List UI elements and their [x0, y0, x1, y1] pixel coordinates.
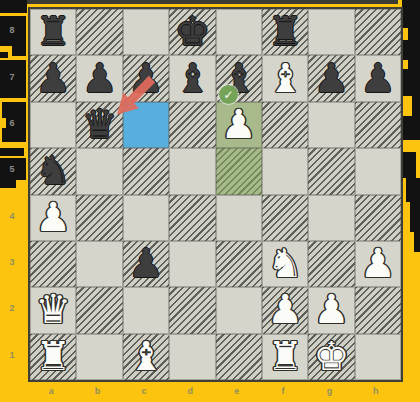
glitch-decoration — [406, 178, 420, 202]
glitch-decoration — [412, 96, 420, 116]
square-g4[interactable] — [308, 195, 354, 241]
square-d2[interactable] — [169, 287, 215, 333]
square-a6[interactable] — [30, 102, 76, 148]
file-label-g: g — [306, 384, 352, 398]
square-h7[interactable]: ♟ — [355, 55, 401, 101]
square-g5[interactable] — [308, 148, 354, 194]
board: ♜♚♜♟♟♟♝♝♝♟♟♛♟♞♟♟♞♟♛♟♟♜♝♜♚ — [28, 7, 403, 382]
piece-white-pawn: ♟ — [35, 197, 71, 237]
square-h6[interactable] — [355, 102, 401, 148]
square-e1[interactable] — [216, 334, 262, 380]
square-e4[interactable] — [216, 195, 262, 241]
square-d7[interactable]: ♝ — [169, 55, 215, 101]
square-d6[interactable] — [169, 102, 215, 148]
square-h5[interactable] — [355, 148, 401, 194]
rank-label-4: 4 — [2, 209, 22, 223]
piece-white-king: ♚ — [314, 336, 350, 376]
rank-label-7: 7 — [2, 70, 22, 84]
file-label-a: a — [28, 384, 74, 398]
square-c1[interactable]: ♝ — [123, 334, 169, 380]
rank-label-6: 6 — [2, 116, 22, 130]
square-a4[interactable]: ♟ — [30, 195, 76, 241]
square-b8[interactable] — [76, 9, 122, 55]
piece-white-pawn: ♟ — [221, 104, 257, 144]
square-a5[interactable]: ♞ — [30, 148, 76, 194]
square-g1[interactable]: ♚ — [308, 334, 354, 380]
square-b5[interactable] — [76, 148, 122, 194]
rank-label-5: 5 — [2, 162, 22, 176]
square-b2[interactable] — [76, 287, 122, 333]
rank-label-3: 3 — [2, 255, 22, 269]
glitch-decoration — [408, 28, 420, 40]
piece-white-knight: ♞ — [267, 243, 303, 283]
square-c5[interactable] — [123, 148, 169, 194]
square-a3[interactable] — [30, 241, 76, 287]
square-f4[interactable] — [262, 195, 308, 241]
glitch-decoration — [402, 0, 420, 28]
piece-black-pawn: ♟ — [314, 58, 350, 98]
square-c4[interactable] — [123, 195, 169, 241]
square-a7[interactable]: ♟ — [30, 55, 76, 101]
piece-white-rook: ♜ — [35, 336, 71, 376]
correct-move-badge: ✓ — [219, 85, 238, 104]
piece-black-rook: ♜ — [35, 11, 71, 51]
file-label-c: c — [121, 384, 167, 398]
square-b1[interactable] — [76, 334, 122, 380]
square-f1[interactable]: ♜ — [262, 334, 308, 380]
piece-white-bishop: ♝ — [128, 336, 164, 376]
rank-label-1: 1 — [2, 348, 22, 362]
square-c6[interactable] — [123, 102, 169, 148]
glitch-decoration — [12, 46, 26, 56]
glitch-decoration — [0, 52, 8, 58]
square-f5[interactable] — [262, 148, 308, 194]
square-g6[interactable] — [308, 102, 354, 148]
square-e5[interactable] — [216, 148, 262, 194]
square-d8[interactable]: ♚ — [169, 9, 215, 55]
square-b3[interactable] — [76, 241, 122, 287]
piece-black-pawn: ♟ — [360, 58, 396, 98]
piece-black-queen: ♛ — [82, 104, 118, 144]
square-c7[interactable]: ♟ — [123, 55, 169, 101]
piece-white-pawn: ♟ — [267, 289, 303, 329]
piece-black-pawn: ♟ — [128, 58, 164, 98]
square-f8[interactable]: ♜ — [262, 9, 308, 55]
square-h3[interactable]: ♟ — [355, 241, 401, 287]
square-g8[interactable] — [308, 9, 354, 55]
square-d3[interactable] — [169, 241, 215, 287]
square-b4[interactable] — [76, 195, 122, 241]
square-a8[interactable]: ♜ — [30, 9, 76, 55]
square-b7[interactable]: ♟ — [76, 55, 122, 101]
piece-black-rook: ♜ — [267, 11, 303, 51]
piece-white-pawn: ♟ — [314, 289, 350, 329]
square-a2[interactable]: ♛ — [30, 287, 76, 333]
square-h1[interactable] — [355, 334, 401, 380]
glitch-decoration — [0, 148, 24, 156]
piece-black-king: ♚ — [174, 11, 210, 51]
piece-white-queen: ♛ — [35, 289, 71, 329]
piece-black-pawn: ♟ — [82, 58, 118, 98]
glitch-decoration — [402, 116, 420, 140]
square-e8[interactable] — [216, 9, 262, 55]
glitch-decoration — [16, 180, 26, 188]
file-label-d: d — [167, 384, 213, 398]
square-g7[interactable]: ♟ — [308, 55, 354, 101]
square-b6[interactable]: ♛ — [76, 102, 122, 148]
piece-white-bishop: ♝ — [267, 58, 303, 98]
square-g2[interactable]: ♟ — [308, 287, 354, 333]
square-d1[interactable] — [169, 334, 215, 380]
square-e3[interactable] — [216, 241, 262, 287]
square-c2[interactable] — [123, 287, 169, 333]
rank-label-2: 2 — [2, 301, 22, 315]
square-f6[interactable] — [262, 102, 308, 148]
square-c3[interactable]: ♟ — [123, 241, 169, 287]
square-g3[interactable] — [308, 241, 354, 287]
square-d5[interactable] — [169, 148, 215, 194]
square-c8[interactable] — [123, 9, 169, 55]
file-label-e: e — [214, 384, 260, 398]
glitch-decoration — [0, 0, 27, 13]
square-f7[interactable]: ♝ — [262, 55, 308, 101]
file-label-h: h — [353, 384, 399, 398]
frame-top-bar — [12, 0, 398, 4]
square-h4[interactable] — [355, 195, 401, 241]
square-f3[interactable]: ♞ — [262, 241, 308, 287]
square-a1[interactable]: ♜ — [30, 334, 76, 380]
piece-black-knight: ♞ — [35, 150, 71, 190]
piece-black-bishop: ♝ — [174, 58, 210, 98]
square-f2[interactable]: ♟ — [262, 287, 308, 333]
square-h8[interactable] — [355, 9, 401, 55]
file-label-f: f — [260, 384, 306, 398]
file-label-b: b — [74, 384, 120, 398]
glitch-decoration — [414, 232, 420, 252]
piece-black-pawn: ♟ — [128, 243, 164, 283]
piece-black-pawn: ♟ — [35, 58, 71, 98]
square-h2[interactable] — [355, 287, 401, 333]
square-e6[interactable]: ♟ — [216, 102, 262, 148]
glitch-decoration — [410, 202, 420, 232]
piece-white-rook: ♜ — [267, 336, 303, 376]
square-d4[interactable] — [169, 195, 215, 241]
checkmark-icon: ✓ — [223, 88, 233, 102]
rank-label-8: 8 — [2, 23, 22, 37]
chess-lesson-screen: ♜♚♜♟♟♟♝♝♝♟♟♛♟♞♟♟♞♟♛♟♟♜♝♜♚ ✓ 87654321 abc… — [0, 0, 420, 402]
square-e2[interactable] — [216, 287, 262, 333]
piece-white-pawn: ♟ — [360, 243, 396, 283]
